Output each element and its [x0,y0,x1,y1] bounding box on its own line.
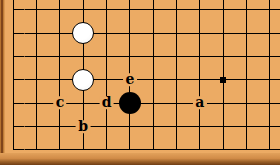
intersection-K5[interactable] [212,45,235,68]
intersection-D7[interactable] [72,0,95,22]
go-board-grid: ecdab [2,0,280,162]
intersection-A5[interactable] [2,45,25,68]
intersection-F5[interactable] [118,45,141,68]
intersection-E4[interactable] [95,68,118,91]
point-label-e-F4: e [123,73,137,86]
intersection-F3[interactable] [118,92,141,115]
intersection-H6[interactable] [165,22,188,45]
intersection-M5[interactable] [258,45,280,68]
intersection-H3[interactable] [165,92,188,115]
intersection-A7[interactable] [2,0,25,22]
intersection-M6[interactable] [258,22,280,45]
board-wood-edge-bottom [0,153,280,165]
board-wood-edge-left [0,0,5,165]
intersection-C4[interactable] [48,68,71,91]
intersection-K2[interactable] [212,115,235,138]
intersection-K6[interactable] [212,22,235,45]
intersection-D4[interactable] [72,68,95,91]
intersection-F4[interactable]: e [118,68,141,91]
intersection-G4[interactable] [142,68,165,91]
intersection-E3[interactable]: d [95,92,118,115]
intersection-A4[interactable] [2,68,25,91]
point-label-b-D2: b [76,120,91,133]
intersection-E6[interactable] [95,22,118,45]
intersection-H7[interactable] [165,0,188,22]
intersection-H4[interactable] [165,68,188,91]
intersection-C3[interactable]: c [48,92,71,115]
intersection-J7[interactable] [188,0,211,22]
intersection-J6[interactable] [188,22,211,45]
point-label-a-J3: a [193,97,207,110]
intersection-M4[interactable] [258,68,280,91]
intersection-K3[interactable] [212,92,235,115]
black-stone-F3 [119,92,141,114]
intersection-G5[interactable] [142,45,165,68]
intersection-K7[interactable] [212,0,235,22]
intersection-B6[interactable] [25,22,48,45]
intersection-L3[interactable] [235,92,258,115]
intersection-E7[interactable] [95,0,118,22]
point-label-c-C3: c [53,97,67,110]
hoshi-marker-K4 [220,77,226,83]
intersection-D5[interactable] [72,45,95,68]
intersection-B2[interactable] [25,115,48,138]
intersection-H2[interactable] [165,115,188,138]
intersection-F2[interactable] [118,115,141,138]
intersection-E2[interactable] [95,115,118,138]
intersection-M3[interactable] [258,92,280,115]
intersection-C5[interactable] [48,45,71,68]
intersection-J4[interactable] [188,68,211,91]
intersection-G7[interactable] [142,0,165,22]
intersection-C6[interactable] [48,22,71,45]
intersection-D6[interactable] [72,22,95,45]
go-board-diagram: ecdab [0,0,280,165]
intersection-B4[interactable] [25,68,48,91]
intersection-J5[interactable] [188,45,211,68]
intersection-L4[interactable] [235,68,258,91]
intersection-L6[interactable] [235,22,258,45]
intersection-H5[interactable] [165,45,188,68]
intersection-K4[interactable] [212,68,235,91]
intersection-L2[interactable] [235,115,258,138]
intersection-A2[interactable] [2,115,25,138]
intersection-B7[interactable] [25,0,48,22]
intersection-E5[interactable] [95,45,118,68]
intersection-D2[interactable]: b [72,115,95,138]
intersection-F7[interactable] [118,0,141,22]
intersection-M2[interactable] [258,115,280,138]
intersection-J3[interactable]: a [188,92,211,115]
intersection-C2[interactable] [48,115,71,138]
intersection-F6[interactable] [118,22,141,45]
intersection-B5[interactable] [25,45,48,68]
intersection-A3[interactable] [2,92,25,115]
intersection-B3[interactable] [25,92,48,115]
point-label-d-E3: d [99,97,114,110]
intersection-L7[interactable] [235,0,258,22]
intersection-G3[interactable] [142,92,165,115]
intersection-A6[interactable] [2,22,25,45]
white-stone-D6 [72,22,94,44]
intersection-G6[interactable] [142,22,165,45]
white-stone-D4 [72,69,94,91]
intersection-L5[interactable] [235,45,258,68]
intersection-J2[interactable] [188,115,211,138]
intersection-G2[interactable] [142,115,165,138]
intersection-D3[interactable] [72,92,95,115]
intersection-C7[interactable] [48,0,71,22]
intersection-M7[interactable] [258,0,280,22]
